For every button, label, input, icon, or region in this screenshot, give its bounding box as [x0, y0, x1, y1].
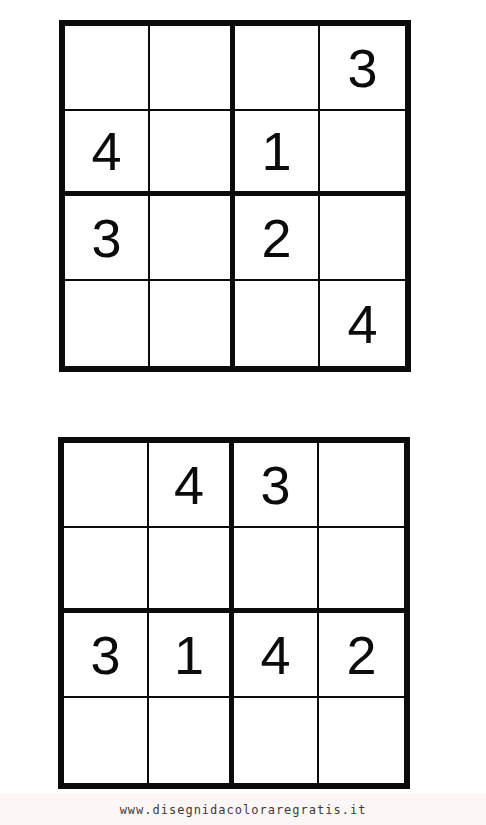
puzzle-2-cell-r2c1[interactable] [64, 528, 149, 613]
watermark-url: www.disegnidacoloraregratis.it [120, 803, 367, 817]
puzzle-2-cell-r2c4[interactable] [319, 528, 404, 613]
puzzle-1-cell-r2c3[interactable]: 1 [235, 111, 320, 196]
puzzle-2-cell-r3c2[interactable]: 1 [149, 613, 234, 698]
watermark-strip: www.disegnidacoloraregratis.it [0, 794, 486, 825]
puzzle-1-cell-r3c3[interactable]: 2 [235, 196, 320, 281]
puzzle-2-cell-r3c3[interactable]: 4 [234, 613, 319, 698]
puzzle-2-cell-r1c3[interactable]: 3 [234, 443, 319, 528]
puzzle-2-cell-r2c3[interactable] [234, 528, 319, 613]
puzzle-2-cell-r4c4[interactable] [319, 698, 404, 783]
puzzle-1-cell-r2c4[interactable] [320, 111, 405, 196]
puzzle-2-cell-r1c2[interactable]: 4 [149, 443, 234, 528]
sudoku-board-1: 341324 [59, 20, 411, 372]
puzzle-1-cell-r1c1[interactable] [65, 26, 150, 111]
puzzle-1-cell-r3c4[interactable] [320, 196, 405, 281]
puzzle-1-cell-r4c1[interactable] [65, 281, 150, 366]
puzzle-2-cell-r1c1[interactable] [64, 443, 149, 528]
puzzle-2-cell-r1c4[interactable] [319, 443, 404, 528]
puzzle-1-cell-r1c4[interactable]: 3 [320, 26, 405, 111]
puzzle-2-cell-r4c3[interactable] [234, 698, 319, 783]
puzzle-1-cell-r2c1[interactable]: 4 [65, 111, 150, 196]
puzzle-1-cell-r4c2[interactable] [150, 281, 235, 366]
puzzle-1-cell-r3c1[interactable]: 3 [65, 196, 150, 281]
puzzle-2-cell-r4c1[interactable] [64, 698, 149, 783]
sudoku-board-2: 433142 [58, 437, 410, 789]
puzzle-1-cell-r4c3[interactable] [235, 281, 320, 366]
puzzle-2-cell-r3c4[interactable]: 2 [319, 613, 404, 698]
puzzle-2-cell-r3c1[interactable]: 3 [64, 613, 149, 698]
puzzle-1-cell-r4c4[interactable]: 4 [320, 281, 405, 366]
puzzle-1-cell-r1c2[interactable] [150, 26, 235, 111]
puzzle-1-cell-r1c3[interactable] [235, 26, 320, 111]
puzzle-2-cell-r4c2[interactable] [149, 698, 234, 783]
puzzle-1-cell-r3c2[interactable] [150, 196, 235, 281]
printable-sudoku-page: 341324 433142 www.disegnidacoloraregrati… [0, 0, 486, 825]
puzzle-1-cell-r2c2[interactable] [150, 111, 235, 196]
puzzle-2-cell-r2c2[interactable] [149, 528, 234, 613]
